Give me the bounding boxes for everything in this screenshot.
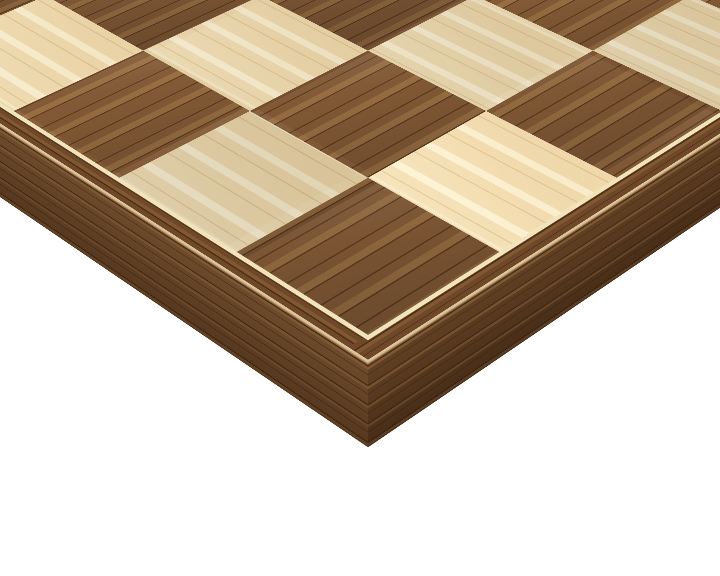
board-photo <box>0 0 720 576</box>
chess-board-top <box>0 0 720 360</box>
board-grid <box>0 0 720 335</box>
